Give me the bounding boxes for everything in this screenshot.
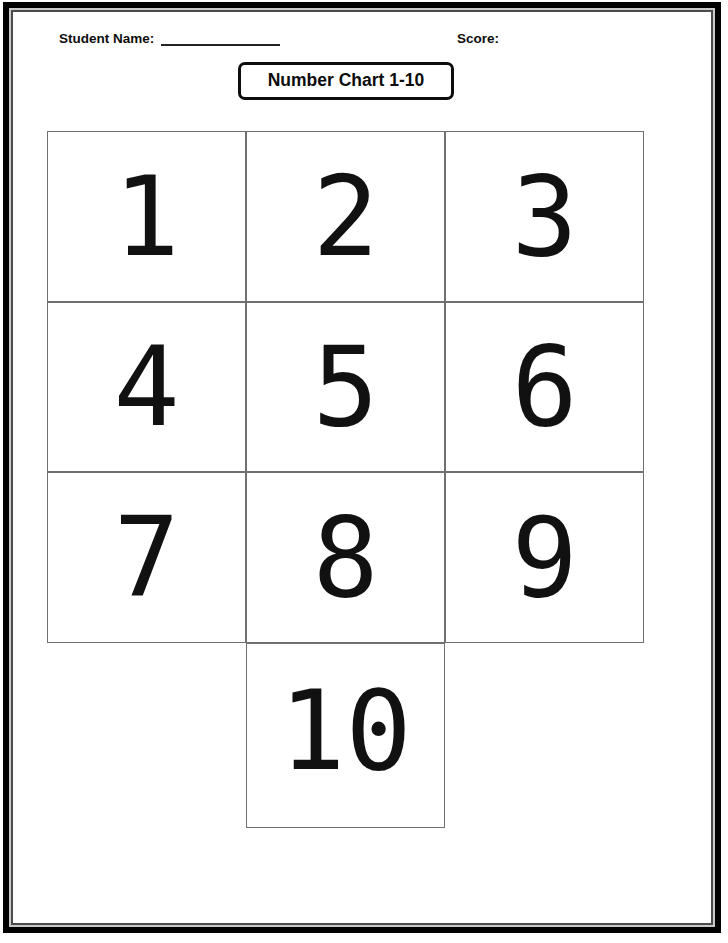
cell-5: 5: [246, 302, 445, 472]
cell-9: 9: [445, 472, 644, 643]
cell-6: 6: [445, 302, 644, 472]
cell-7: 7: [47, 472, 246, 643]
student-name-label: Student Name:: [59, 31, 154, 46]
worksheet-page: Student Name: Score: Number Chart 1-10 1…: [11, 10, 713, 925]
worksheet-title: Number Chart 1-10: [238, 62, 455, 100]
cell-10: 10: [246, 643, 445, 828]
grid-spacer-left: [47, 643, 246, 828]
cell-4: 4: [47, 302, 246, 472]
score-label: Score:: [457, 31, 499, 46]
student-name-blank-line: [161, 44, 280, 46]
cell-1: 1: [47, 131, 246, 302]
title-row: Number Chart 1-10: [0, 62, 695, 100]
cell-3: 3: [445, 131, 644, 302]
worksheet-header: Student Name: Score:: [13, 12, 711, 46]
page-frame: Student Name: Score: Number Chart 1-10 1…: [3, 2, 721, 933]
grid-spacer-right: [445, 643, 644, 828]
cell-8: 8: [246, 472, 445, 643]
cell-2: 2: [246, 131, 445, 302]
number-grid: 1 2 3 4 5 6 7 8 9 10: [47, 131, 644, 828]
